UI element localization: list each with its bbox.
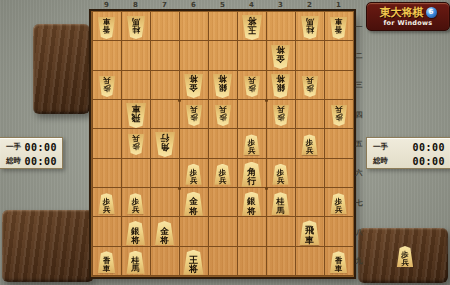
gote-move-time-label: 一手 xyxy=(6,142,21,152)
rank-label-4: 四 xyxy=(354,111,364,119)
piece-kanji: 兵 xyxy=(185,177,203,185)
hoshi-dot xyxy=(178,187,181,190)
piece-kanji: 車 xyxy=(125,103,147,113)
rank-label-7: 七 xyxy=(354,199,364,207)
piece-kanji: 兵 xyxy=(301,147,319,155)
file-label-7: 7 xyxy=(150,1,179,10)
rank-label-9: 九 xyxy=(354,257,364,265)
rank-label-1: 一 xyxy=(354,23,364,31)
file-label-3: 3 xyxy=(266,1,295,10)
piece-kanji: 兵 xyxy=(98,76,116,84)
piece-kanji: 車 xyxy=(97,265,116,273)
piece-kanji: 行 xyxy=(154,132,176,142)
file-label-6: 6 xyxy=(179,1,208,10)
piece-kanji: 兵 xyxy=(243,76,261,84)
piece-kanji: 将 xyxy=(125,236,146,245)
piece-kanji: 兵 xyxy=(272,105,290,113)
piece-kanji: 兵 xyxy=(98,206,116,214)
piece-kanji: 兵 xyxy=(243,147,261,155)
file-label-8: 8 xyxy=(121,1,150,10)
piece-kanji: 兵 xyxy=(272,177,290,185)
edition-ball-icon: 6 xyxy=(426,7,437,18)
piece-kanji: 兵 xyxy=(214,177,232,185)
shogi-app-window: 歩兵 東大将棋 6 for Windows 一手 00:00 総時 00:00 … xyxy=(0,0,450,285)
sente-move-time-label: 一手 xyxy=(373,142,388,152)
piece-kanji: 馬 xyxy=(126,16,146,25)
app-logo: 東大将棋 6 for Windows xyxy=(366,2,450,31)
piece-kanji: 将 xyxy=(241,15,263,25)
sente-komadai-tray[interactable]: 歩兵 xyxy=(358,228,448,283)
file-label-4: 4 xyxy=(237,1,266,10)
piece-kanji: 馬 xyxy=(300,16,320,25)
piece-kanji: 車 xyxy=(329,265,348,273)
gote-clock-panel: 一手 00:00 総時 00:00 xyxy=(0,137,63,169)
app-logo-title: 東大将棋 xyxy=(380,7,424,19)
rank-label-3: 三 xyxy=(354,81,364,89)
file-label-5: 5 xyxy=(208,1,237,10)
piece-kanji: 馬 xyxy=(271,207,291,216)
piece-kanji: 将 xyxy=(212,74,233,83)
sente-clock-panel: 一手 00:00 総時 00:00 xyxy=(366,137,450,169)
app-logo-subtitle: for Windows xyxy=(383,19,432,27)
piece-kanji: 将 xyxy=(270,74,291,83)
hoshi-dot xyxy=(265,187,268,190)
rank-label-6: 六 xyxy=(354,169,364,177)
rank-label-2: 二 xyxy=(354,52,364,60)
gote-total-time-label: 総時 xyxy=(6,156,21,166)
left-bottom-tray[interactable] xyxy=(2,210,94,282)
piece-kanji: 兵 xyxy=(127,206,145,214)
piece-kanji: 兵 xyxy=(330,105,348,113)
piece-kanji: 将 xyxy=(183,207,204,216)
gote-total-time: 00:00 xyxy=(24,156,57,167)
piece-kanji: 将 xyxy=(241,207,262,216)
piece-kanji: 将 xyxy=(183,74,204,83)
file-label-9: 9 xyxy=(92,1,121,10)
piece-kanji: 将 xyxy=(270,45,291,54)
piece-kanji: 車 xyxy=(329,17,348,25)
sente-move-time: 00:00 xyxy=(412,142,445,153)
sente-total-time: 00:00 xyxy=(412,156,445,167)
piece-kanji: 兵 xyxy=(214,105,232,113)
gote-move-time: 00:00 xyxy=(24,142,57,153)
piece-kanji: 兵 xyxy=(301,76,319,84)
piece-kanji: 兵 xyxy=(330,206,348,214)
piece-kanji: 兵 xyxy=(127,134,145,142)
piece-kanji: 兵 xyxy=(396,259,414,267)
piece-kanji: 兵 xyxy=(185,105,203,113)
piece-kanji: 将 xyxy=(154,236,175,245)
shogi-board[interactable]: 香車桂馬玉将桂馬香車金将歩兵金将銀将歩兵銀将歩兵飛車歩兵歩兵歩兵歩兵歩兵角行歩兵… xyxy=(92,12,353,276)
gote-komadai-tray[interactable] xyxy=(33,24,90,114)
hoshi-dot xyxy=(178,99,181,102)
piece-kanji: 将 xyxy=(183,265,205,275)
piece-kanji: 行 xyxy=(241,177,263,187)
piece-kanji: 車 xyxy=(299,236,321,246)
hoshi-dot xyxy=(265,99,268,102)
piece-kanji: 馬 xyxy=(126,265,146,274)
sente-total-time-label: 総時 xyxy=(373,156,388,166)
rank-label-5: 五 xyxy=(354,140,364,148)
file-label-1: 1 xyxy=(324,1,353,10)
undefined-pawn-in-hand[interactable]: 歩兵 xyxy=(396,246,414,267)
file-label-2: 2 xyxy=(295,1,324,10)
rank-label-8: 八 xyxy=(354,228,364,236)
piece-kanji: 車 xyxy=(97,17,116,25)
